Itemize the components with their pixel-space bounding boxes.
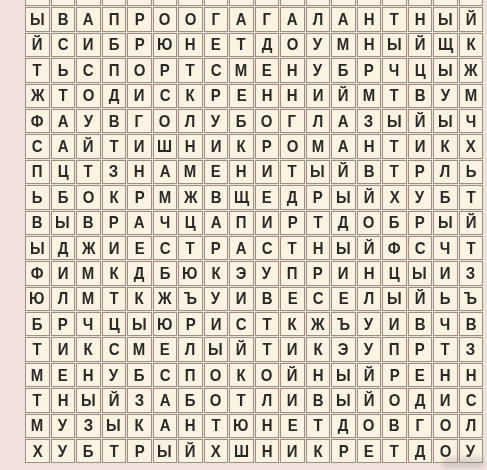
grid-cell[interactable]: Р	[280, 211, 305, 235]
grid-cell[interactable]: Ч	[76, 312, 101, 336]
grid-cell[interactable]: Б	[229, 109, 254, 133]
grid-cell[interactable]: Р	[204, 84, 229, 108]
grid-cell[interactable]: Ы	[331, 236, 356, 260]
grid-cell[interactable]: Ч	[433, 312, 458, 336]
grid-cell[interactable]: И	[51, 337, 76, 361]
grid-cell[interactable]: К	[229, 134, 254, 158]
grid-cell[interactable]: А	[51, 109, 76, 133]
grid-cell[interactable]: Т	[255, 337, 280, 361]
grid-cell[interactable]: Ю	[153, 312, 178, 336]
grid-cell[interactable]: И	[127, 134, 152, 158]
grid-cell[interactable]: Ж	[178, 185, 203, 209]
grid-cell[interactable]: М	[25, 363, 50, 387]
grid-cell[interactable]: Д	[408, 439, 433, 463]
grid-cell[interactable]: А	[229, 236, 254, 260]
grid-cell[interactable]: Г	[408, 414, 433, 438]
grid-cell[interactable]: Ы	[153, 439, 178, 463]
grid-cell[interactable]: Т	[382, 84, 407, 108]
grid-cell[interactable]: Ы	[433, 7, 458, 31]
grid-cell[interactable]: Е	[51, 363, 76, 387]
grid-cell[interactable]: Е	[204, 160, 229, 184]
grid-cell[interactable]: О	[357, 414, 382, 438]
grid-cell[interactable]: У	[408, 185, 433, 209]
grid-cell[interactable]: Ы	[382, 287, 407, 311]
grid-cell[interactable]: В	[408, 84, 433, 108]
grid-cell[interactable]: В	[459, 312, 484, 336]
grid-cell[interactable]: Р	[382, 363, 407, 387]
grid-cell[interactable]: П	[102, 7, 127, 31]
grid-cell[interactable]: Т	[178, 236, 203, 260]
grid-cell[interactable]: Р	[102, 211, 127, 235]
grid-cell[interactable]: Г	[127, 109, 152, 133]
grid-cell[interactable]: Ь	[25, 185, 50, 209]
grid-cell[interactable]: Ч	[433, 236, 458, 260]
grid-cell[interactable]: Й	[102, 388, 127, 412]
grid-cell[interactable]: В	[408, 312, 433, 336]
grid-cell[interactable]: В	[255, 287, 280, 311]
grid-cell[interactable]: К	[127, 287, 152, 311]
grid-cell[interactable]: Л	[433, 160, 458, 184]
grid-cell[interactable]: Й	[459, 7, 484, 31]
grid-cell[interactable]: К	[459, 33, 484, 57]
grid-cell[interactable]: И	[127, 84, 152, 108]
grid-cell[interactable]: К	[102, 261, 127, 285]
grid-cell[interactable]: Ы	[331, 388, 356, 412]
grid-cell[interactable]: Р	[127, 185, 152, 209]
grid-cell[interactable]: С	[229, 312, 254, 336]
grid-cell[interactable]: К	[306, 439, 331, 463]
grid-cell[interactable]: А	[331, 109, 356, 133]
grid-cell[interactable]: Х	[382, 185, 407, 209]
grid-cell[interactable]: Б	[153, 261, 178, 285]
grid-cell[interactable]: Й	[331, 160, 356, 184]
grid-cell[interactable]: У	[204, 287, 229, 311]
grid-cell[interactable]: А	[76, 7, 101, 31]
grid-cell[interactable]: В	[51, 7, 76, 31]
grid-cell[interactable]: А	[153, 388, 178, 412]
grid-cell[interactable]: С	[255, 236, 280, 260]
grid-cell[interactable]: К	[127, 414, 152, 438]
grid-cell[interactable]: Е	[204, 33, 229, 57]
grid-cell[interactable]: Н	[178, 134, 203, 158]
grid-cell[interactable]: Т	[102, 287, 127, 311]
grid-cell[interactable]: У	[102, 363, 127, 387]
grid-cell[interactable]: Ы	[25, 236, 50, 260]
grid-cell[interactable]: Й	[357, 388, 382, 412]
grid-cell[interactable]: Т	[25, 58, 50, 82]
grid-cell[interactable]: Д	[331, 414, 356, 438]
grid-cell[interactable]: И	[433, 261, 458, 285]
grid-cell[interactable]: Л	[459, 414, 484, 438]
grid-cell[interactable]: С	[459, 388, 484, 412]
grid-cell[interactable]: Е	[357, 439, 382, 463]
grid-cell[interactable]: Щ	[433, 33, 458, 57]
grid-cell[interactable]: Х	[25, 439, 50, 463]
grid-cell[interactable]: Е	[229, 84, 254, 108]
grid-cell[interactable]: Н	[178, 33, 203, 57]
grid-cell[interactable]: Р	[357, 58, 382, 82]
grid-cell[interactable]: Т	[255, 312, 280, 336]
grid-cell[interactable]: Н	[357, 7, 382, 31]
grid-cell[interactable]: Н	[255, 414, 280, 438]
grid-cell[interactable]: Ы	[382, 109, 407, 133]
grid-cell[interactable]: Х	[459, 134, 484, 158]
grid-cell[interactable]: Д	[408, 388, 433, 412]
grid-cell[interactable]: Т	[229, 33, 254, 57]
grid-cell[interactable]: Й	[280, 363, 305, 387]
grid-cell[interactable]: Й	[459, 211, 484, 235]
grid-cell[interactable]: Н	[76, 363, 101, 387]
grid-cell[interactable]: О	[382, 388, 407, 412]
grid-cell[interactable]: М	[76, 261, 101, 285]
grid-cell[interactable]: З	[127, 388, 152, 412]
grid-cell[interactable]: Т	[102, 439, 127, 463]
grid-cell[interactable]: Д	[51, 236, 76, 260]
grid-cell[interactable]: М	[127, 337, 152, 361]
grid-cell[interactable]: С	[153, 236, 178, 260]
grid-cell[interactable]: Ч	[153, 211, 178, 235]
grid-cell[interactable]: И	[255, 160, 280, 184]
grid-cell[interactable]: Н	[51, 388, 76, 412]
grid-cell[interactable]: Ы	[433, 211, 458, 235]
grid-cell[interactable]: И	[229, 287, 254, 311]
grid-cell[interactable]: Й	[331, 84, 356, 108]
grid-cell[interactable]: Н	[459, 363, 484, 387]
grid-cell[interactable]: Ц	[102, 312, 127, 336]
grid-cell[interactable]: Й	[408, 287, 433, 311]
grid-cell[interactable]: Т	[382, 134, 407, 158]
grid-cell[interactable]: Н	[357, 261, 382, 285]
grid-cell[interactable]: К	[280, 312, 305, 336]
grid-cell[interactable]: И	[204, 134, 229, 158]
grid-cell[interactable]: Б	[102, 33, 127, 57]
grid-cell[interactable]: И	[382, 312, 407, 336]
grid-cell[interactable]: Р	[51, 312, 76, 336]
grid-cell[interactable]: О	[280, 33, 305, 57]
grid-cell[interactable]: Р	[255, 134, 280, 158]
grid-cell[interactable]: Л	[178, 109, 203, 133]
grid-cell[interactable]: Р	[408, 160, 433, 184]
grid-cell[interactable]: О	[255, 109, 280, 133]
grid-cell[interactable]: М	[153, 185, 178, 209]
grid-cell[interactable]: Д	[102, 84, 127, 108]
grid-cell[interactable]: Р	[306, 185, 331, 209]
grid-cell[interactable]: Т	[229, 388, 254, 412]
grid-cell[interactable]: О	[204, 363, 229, 387]
grid-cell[interactable]: Р	[408, 211, 433, 235]
grid-cell[interactable]: И	[280, 337, 305, 361]
grid-cell[interactable]: Р	[408, 337, 433, 361]
grid-cell[interactable]: Ы	[408, 261, 433, 285]
grid-cell[interactable]: Ы	[382, 33, 407, 57]
grid-cell[interactable]: М	[357, 84, 382, 108]
grid-cell[interactable]: О	[204, 388, 229, 412]
grid-cell[interactable]: К	[102, 185, 127, 209]
grid-cell[interactable]: Й	[357, 185, 382, 209]
grid-cell[interactable]: В	[306, 388, 331, 412]
grid-cell[interactable]: И	[331, 261, 356, 285]
grid-cell[interactable]: Е	[127, 236, 152, 260]
grid-cell[interactable]: Д	[280, 185, 305, 209]
grid-cell[interactable]: М	[25, 414, 50, 438]
grid-cell[interactable]: О	[357, 211, 382, 235]
grid-cell[interactable]: Е	[255, 58, 280, 82]
grid-cell[interactable]: Ы	[331, 363, 356, 387]
grid-cell[interactable]: И	[204, 312, 229, 336]
grid-cell[interactable]: Е	[153, 337, 178, 361]
grid-cell[interactable]: Н	[178, 414, 203, 438]
grid-cell[interactable]: У	[357, 337, 382, 361]
grid-cell[interactable]: Ъ	[331, 312, 356, 336]
grid-cell[interactable]: Р	[331, 439, 356, 463]
grid-cell[interactable]: Д	[255, 33, 280, 57]
grid-cell[interactable]: В	[382, 414, 407, 438]
grid-cell[interactable]: Д	[331, 211, 356, 235]
grid-cell[interactable]: Г	[204, 7, 229, 31]
grid-cell[interactable]: Й	[357, 363, 382, 387]
grid-cell[interactable]: П	[178, 363, 203, 387]
grid-cell[interactable]: М	[76, 287, 101, 311]
grid-cell[interactable]: Б	[127, 363, 152, 387]
grid-cell[interactable]: А	[153, 414, 178, 438]
grid-cell[interactable]: Ы	[51, 211, 76, 235]
grid-cell[interactable]: Ь	[433, 287, 458, 311]
grid-cell[interactable]: Й	[76, 134, 101, 158]
grid-cell[interactable]: А	[51, 134, 76, 158]
grid-cell[interactable]: Ш	[229, 439, 254, 463]
grid-cell[interactable]: Т	[306, 414, 331, 438]
grid-cell[interactable]: З	[102, 160, 127, 184]
grid-cell[interactable]: Т	[102, 134, 127, 158]
grid-cell[interactable]: Т	[433, 337, 458, 361]
grid-cell[interactable]: Т	[204, 414, 229, 438]
grid-cell[interactable]: П	[382, 337, 407, 361]
grid-cell[interactable]: З	[76, 414, 101, 438]
grid-cell[interactable]: И	[408, 134, 433, 158]
grid-cell[interactable]: Й	[408, 109, 433, 133]
grid-cell[interactable]: Ф	[25, 109, 50, 133]
grid-cell[interactable]: Ч	[382, 58, 407, 82]
grid-cell[interactable]: У	[204, 109, 229, 133]
grid-cell[interactable]: Й	[357, 236, 382, 260]
grid-cell[interactable]: С	[153, 84, 178, 108]
grid-cell[interactable]: Ш	[153, 134, 178, 158]
grid-cell[interactable]: Л	[178, 337, 203, 361]
grid-cell[interactable]: П	[25, 160, 50, 184]
grid-cell[interactable]: В	[25, 211, 50, 235]
grid-cell[interactable]: Щ	[229, 185, 254, 209]
grid-cell[interactable]: Н	[255, 439, 280, 463]
grid-cell[interactable]: С	[25, 134, 50, 158]
grid-cell[interactable]: У	[306, 33, 331, 57]
grid-cell[interactable]: О	[433, 414, 458, 438]
grid-cell[interactable]: У	[306, 58, 331, 82]
grid-cell[interactable]: О	[76, 185, 101, 209]
grid-cell[interactable]: Б	[433, 185, 458, 209]
grid-cell[interactable]: Р	[178, 312, 203, 336]
grid-cell[interactable]: Й	[25, 33, 50, 57]
grid-cell[interactable]: Е	[280, 287, 305, 311]
grid-cell[interactable]: У	[433, 84, 458, 108]
grid-cell[interactable]: Ж	[153, 287, 178, 311]
grid-cell[interactable]: У	[51, 414, 76, 438]
grid-cell[interactable]: Н	[229, 160, 254, 184]
grid-cell[interactable]: У	[459, 439, 484, 463]
grid-cell[interactable]: К	[229, 363, 254, 387]
grid-cell[interactable]: Э	[229, 261, 254, 285]
grid-cell[interactable]: Ю	[25, 287, 50, 311]
grid-cell[interactable]: К	[433, 134, 458, 158]
grid-cell[interactable]: Ц	[51, 160, 76, 184]
grid-cell[interactable]: Р	[127, 7, 152, 31]
grid-cell[interactable]: Н	[306, 363, 331, 387]
grid-cell[interactable]: П	[280, 261, 305, 285]
grid-cell[interactable]: В	[76, 211, 101, 235]
grid-cell[interactable]: М	[459, 84, 484, 108]
grid-cell[interactable]: У	[76, 109, 101, 133]
grid-cell[interactable]: А	[331, 7, 356, 31]
grid-cell[interactable]: К	[76, 337, 101, 361]
grid-cell[interactable]: Б	[331, 58, 356, 82]
grid-cell[interactable]: Е	[280, 414, 305, 438]
grid-cell[interactable]: Л	[255, 388, 280, 412]
grid-cell[interactable]: Э	[331, 337, 356, 361]
grid-cell[interactable]: Ю	[229, 414, 254, 438]
grid-cell[interactable]: Ы	[76, 388, 101, 412]
grid-cell[interactable]: У	[357, 312, 382, 336]
grid-cell[interactable]: Л	[306, 7, 331, 31]
grid-cell[interactable]: Н	[433, 363, 458, 387]
grid-cell[interactable]: Т	[280, 236, 305, 260]
grid-cell[interactable]: В	[204, 185, 229, 209]
grid-cell[interactable]: П	[229, 211, 254, 235]
grid-cell[interactable]: Т	[459, 236, 484, 260]
grid-cell[interactable]: З	[357, 109, 382, 133]
grid-cell[interactable]: Т	[51, 84, 76, 108]
grid-cell[interactable]: О	[76, 84, 101, 108]
grid-cell[interactable]: Ы	[433, 109, 458, 133]
grid-cell[interactable]: Ч	[459, 109, 484, 133]
grid-cell[interactable]: Б	[51, 185, 76, 209]
grid-cell[interactable]: У	[51, 439, 76, 463]
grid-cell[interactable]: Ю	[153, 33, 178, 57]
grid-cell[interactable]: Р	[153, 58, 178, 82]
grid-cell[interactable]: Т	[459, 185, 484, 209]
grid-cell[interactable]: М	[229, 58, 254, 82]
grid-cell[interactable]: Т	[382, 7, 407, 31]
grid-cell[interactable]: Ц	[382, 261, 407, 285]
grid-cell[interactable]: Й	[178, 439, 203, 463]
grid-cell[interactable]: О	[153, 109, 178, 133]
grid-cell[interactable]: Ф	[382, 236, 407, 260]
grid-cell[interactable]: Т	[178, 58, 203, 82]
grid-cell[interactable]: Н	[408, 7, 433, 31]
grid-cell[interactable]: Н	[306, 236, 331, 260]
grid-cell[interactable]: О	[178, 7, 203, 31]
grid-cell[interactable]: Т	[306, 211, 331, 235]
grid-cell[interactable]: Р	[127, 33, 152, 57]
grid-cell[interactable]: А	[331, 134, 356, 158]
grid-cell[interactable]: Т	[25, 337, 50, 361]
grid-cell[interactable]: К	[204, 261, 229, 285]
grid-cell[interactable]: И	[433, 388, 458, 412]
grid-cell[interactable]: О	[153, 7, 178, 31]
grid-cell[interactable]: Р	[306, 261, 331, 285]
grid-cell[interactable]: Г	[255, 7, 280, 31]
grid-cell[interactable]: Н	[280, 58, 305, 82]
grid-cell[interactable]: Л	[357, 287, 382, 311]
grid-cell[interactable]: С	[204, 58, 229, 82]
grid-cell[interactable]: Ы	[306, 160, 331, 184]
grid-cell[interactable]: Ы	[127, 312, 152, 336]
grid-cell[interactable]: Ы	[102, 414, 127, 438]
grid-cell[interactable]: Л	[306, 109, 331, 133]
grid-cell[interactable]: Ы	[433, 58, 458, 82]
grid-cell[interactable]: Б	[76, 439, 101, 463]
grid-cell[interactable]: И	[280, 388, 305, 412]
grid-cell[interactable]: О	[127, 58, 152, 82]
grid-cell[interactable]: П	[102, 58, 127, 82]
grid-cell[interactable]: С	[76, 58, 101, 82]
grid-cell[interactable]: М	[331, 33, 356, 57]
grid-cell[interactable]: Н	[280, 84, 305, 108]
grid-cell[interactable]: Е	[255, 185, 280, 209]
grid-cell[interactable]: В	[102, 109, 127, 133]
grid-cell[interactable]: Б	[382, 211, 407, 235]
grid-cell[interactable]: Ж	[459, 58, 484, 82]
grid-cell[interactable]: М	[178, 160, 203, 184]
grid-cell[interactable]: Ж	[25, 84, 50, 108]
grid-cell[interactable]: Ы	[331, 185, 356, 209]
grid-cell[interactable]: И	[280, 439, 305, 463]
grid-cell[interactable]: С	[153, 363, 178, 387]
grid-cell[interactable]: Т	[280, 160, 305, 184]
grid-cell[interactable]: И	[76, 33, 101, 57]
grid-cell[interactable]: Е	[408, 363, 433, 387]
grid-cell[interactable]: Ц	[178, 211, 203, 235]
grid-cell[interactable]: Ж	[306, 312, 331, 336]
grid-cell[interactable]: Ц	[408, 58, 433, 82]
grid-cell[interactable]: К	[178, 84, 203, 108]
grid-cell[interactable]: А	[127, 211, 152, 235]
grid-cell[interactable]: В	[357, 160, 382, 184]
grid-cell[interactable]: И	[306, 84, 331, 108]
grid-cell[interactable]: К	[306, 337, 331, 361]
grid-cell[interactable]: Р	[127, 439, 152, 463]
grid-cell[interactable]: Н	[255, 84, 280, 108]
grid-cell[interactable]: Ъ	[178, 287, 203, 311]
grid-cell[interactable]: А	[204, 211, 229, 235]
grid-cell[interactable]: Д	[127, 261, 152, 285]
grid-cell[interactable]: С	[102, 337, 127, 361]
grid-cell[interactable]: Н	[127, 160, 152, 184]
grid-cell[interactable]: Л	[51, 287, 76, 311]
grid-cell[interactable]: Г	[280, 109, 305, 133]
grid-cell[interactable]: И	[255, 211, 280, 235]
grid-cell[interactable]: О	[255, 363, 280, 387]
grid-cell[interactable]: Х	[204, 439, 229, 463]
grid-cell[interactable]: Ф	[25, 261, 50, 285]
grid-cell[interactable]: И	[51, 261, 76, 285]
grid-cell[interactable]: С	[408, 236, 433, 260]
grid-cell[interactable]: А	[280, 7, 305, 31]
grid-cell[interactable]: Т	[382, 160, 407, 184]
grid-cell[interactable]: Ж	[76, 236, 101, 260]
grid-cell[interactable]: Т	[25, 388, 50, 412]
grid-cell[interactable]: Й	[229, 337, 254, 361]
grid-cell[interactable]: Е	[331, 287, 356, 311]
grid-cell[interactable]: Ь	[51, 58, 76, 82]
